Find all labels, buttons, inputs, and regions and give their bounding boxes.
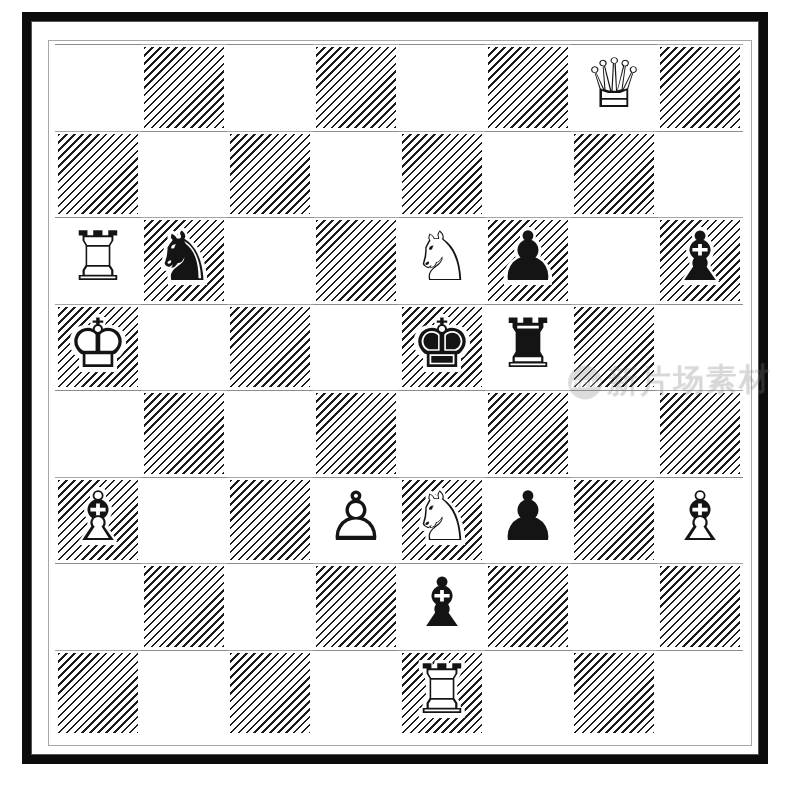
- square-e5: ♚♚: [399, 304, 485, 391]
- piece-black-king-e5: ♚♚: [399, 304, 485, 391]
- piece-glyph: ♘: [412, 483, 473, 551]
- square-c5: [227, 304, 313, 391]
- square-a7: [55, 131, 141, 218]
- square-a3: ♝♗: [55, 477, 141, 564]
- piece-black-pawn-f6: ♟♟: [485, 217, 571, 304]
- piece-glyph: ♕: [584, 51, 645, 119]
- piece-glyph: ♚: [412, 310, 473, 378]
- piece-white-knight-e3: ♞♘: [399, 477, 485, 564]
- square-b8: [141, 44, 227, 131]
- piece-glyph: ♞: [154, 224, 215, 292]
- square-e7: [399, 131, 485, 218]
- piece-glyph: ♗: [670, 483, 731, 551]
- piece-black-bishop-h6: ♝♝: [657, 217, 743, 304]
- square-f7: [485, 131, 571, 218]
- square-c7: [227, 131, 313, 218]
- square-h5: [657, 304, 743, 391]
- square-a6: ♜♖: [55, 217, 141, 304]
- square-c2: [227, 563, 313, 650]
- piece-glyph: ♘: [412, 224, 473, 292]
- square-b3: [141, 477, 227, 564]
- square-g8: ♛♕: [571, 44, 657, 131]
- piece-black-rook-f5: ♜♜: [485, 304, 571, 391]
- square-c8: [227, 44, 313, 131]
- piece-glyph: ♔: [68, 310, 129, 378]
- piece-white-rook-a6: ♜♖: [55, 217, 141, 304]
- square-b5: [141, 304, 227, 391]
- square-c3: [227, 477, 313, 564]
- square-c6: [227, 217, 313, 304]
- piece-glyph: ♖: [412, 656, 473, 724]
- piece-white-knight-e6: ♞♘: [399, 217, 485, 304]
- piece-white-bishop-a3: ♝♗: [55, 477, 141, 564]
- square-f2: [485, 563, 571, 650]
- square-b6: ♞♞: [141, 217, 227, 304]
- square-d7: [313, 131, 399, 218]
- square-h1: [657, 650, 743, 737]
- square-a1: [55, 650, 141, 737]
- piece-white-pawn-d3: ♟♙: [313, 477, 399, 564]
- square-g5: [571, 304, 657, 391]
- square-h7: [657, 131, 743, 218]
- square-f3: ♟♟: [485, 477, 571, 564]
- square-h8: [657, 44, 743, 131]
- square-g6: [571, 217, 657, 304]
- square-f8: [485, 44, 571, 131]
- square-d8: [313, 44, 399, 131]
- chess-board: ♛♕♜♖♞♞♞♘♟♟♝♝♚♔♚♚♜♜♝♗♟♙♞♘♟♟♝♗♝♝♜♖: [55, 44, 743, 736]
- square-g7: [571, 131, 657, 218]
- square-d1: [313, 650, 399, 737]
- piece-glyph: ♝: [670, 224, 731, 292]
- square-d3: ♟♙: [313, 477, 399, 564]
- piece-glyph: ♝: [412, 570, 473, 638]
- square-d4: [313, 390, 399, 477]
- square-g4: [571, 390, 657, 477]
- piece-black-bishop-e2: ♝♝: [399, 563, 485, 650]
- square-c1: [227, 650, 313, 737]
- square-d5: [313, 304, 399, 391]
- square-b1: [141, 650, 227, 737]
- square-e1: ♜♖: [399, 650, 485, 737]
- piece-glyph: ♜: [498, 310, 559, 378]
- square-c4: [227, 390, 313, 477]
- square-d2: [313, 563, 399, 650]
- piece-white-rook-e1: ♜♖: [399, 650, 485, 737]
- square-e8: [399, 44, 485, 131]
- square-e3: ♞♘: [399, 477, 485, 564]
- square-f6: ♟♟: [485, 217, 571, 304]
- square-h3: ♝♗: [657, 477, 743, 564]
- piece-glyph: ♟: [498, 224, 559, 292]
- square-e2: ♝♝: [399, 563, 485, 650]
- square-b2: [141, 563, 227, 650]
- square-b4: [141, 390, 227, 477]
- square-g1: [571, 650, 657, 737]
- piece-white-queen-g8: ♛♕: [571, 44, 657, 131]
- square-a4: [55, 390, 141, 477]
- square-g2: [571, 563, 657, 650]
- piece-black-pawn-f3: ♟♟: [485, 477, 571, 564]
- square-d6: [313, 217, 399, 304]
- piece-glyph: ♙: [326, 483, 387, 551]
- square-e4: [399, 390, 485, 477]
- square-h2: [657, 563, 743, 650]
- piece-glyph: ♟: [498, 483, 559, 551]
- piece-glyph: ♖: [68, 224, 129, 292]
- square-e6: ♞♘: [399, 217, 485, 304]
- square-a8: [55, 44, 141, 131]
- piece-glyph: ♗: [68, 483, 129, 551]
- square-f1: [485, 650, 571, 737]
- piece-white-king-a5: ♚♔: [55, 304, 141, 391]
- square-b7: [141, 131, 227, 218]
- square-a2: [55, 563, 141, 650]
- piece-white-bishop-h3: ♝♗: [657, 477, 743, 564]
- square-h6: ♝♝: [657, 217, 743, 304]
- square-h4: [657, 390, 743, 477]
- square-f5: ♜♜: [485, 304, 571, 391]
- square-g3: [571, 477, 657, 564]
- piece-black-knight-b6: ♞♞: [141, 217, 227, 304]
- square-f4: [485, 390, 571, 477]
- square-a5: ♚♔: [55, 304, 141, 391]
